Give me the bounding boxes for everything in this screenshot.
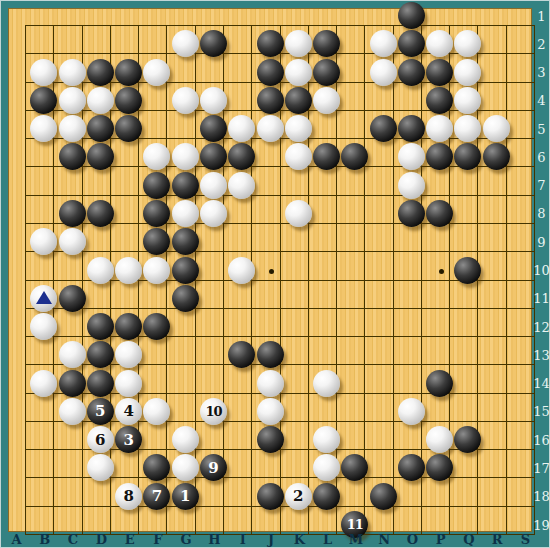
stone-white-B14[interactable]: [30, 370, 57, 397]
row-label-17: 17: [533, 461, 550, 477]
stone-white-E15[interactable]: 4: [115, 398, 142, 425]
stone-white-L14[interactable]: [313, 370, 340, 397]
column-label-M: M: [346, 532, 366, 548]
row-label-11: 11: [533, 291, 550, 307]
column-label-O: O: [402, 532, 422, 548]
stone-black-J2[interactable]: [257, 30, 284, 57]
stone-black-D12[interactable]: [87, 313, 114, 340]
move-number-label: 3: [115, 426, 142, 453]
stone-white-K2[interactable]: [285, 30, 312, 57]
move-number-label: 2: [285, 483, 312, 510]
stone-white-H15[interactable]: 10: [200, 398, 227, 425]
column-label-L: L: [318, 532, 338, 548]
stone-white-C4[interactable]: [59, 87, 86, 114]
stone-black-G9[interactable]: [172, 228, 199, 255]
stone-white-Q3[interactable]: [454, 59, 481, 86]
stone-black-R6[interactable]: [483, 143, 510, 170]
column-label-K: K: [289, 532, 309, 548]
column-label-J: J: [261, 532, 281, 548]
stone-white-C15[interactable]: [59, 398, 86, 425]
stone-white-L4[interactable]: [313, 87, 340, 114]
move-number-label: 5: [87, 398, 114, 425]
row-label-14: 14: [533, 376, 550, 392]
column-label-P: P: [431, 532, 451, 548]
stone-white-N2[interactable]: [370, 30, 397, 57]
stone-black-D14[interactable]: [87, 370, 114, 397]
stone-white-J14[interactable]: [257, 370, 284, 397]
row-label-4: 4: [533, 93, 550, 109]
stone-white-B3[interactable]: [30, 59, 57, 86]
stone-white-E14[interactable]: [115, 370, 142, 397]
row-label-15: 15: [533, 404, 550, 420]
column-label-F: F: [148, 532, 168, 548]
stone-white-G16[interactable]: [172, 426, 199, 453]
stone-white-K8[interactable]: [285, 200, 312, 227]
go-board-window: 5410639871211 ABCDEFGHIJKLMNOPQRS1234567…: [0, 0, 550, 548]
stone-black-N18[interactable]: [370, 483, 397, 510]
column-label-H: H: [204, 532, 224, 548]
column-label-Q: Q: [459, 532, 479, 548]
stone-white-G17[interactable]: [172, 454, 199, 481]
star-point-P10: [439, 269, 444, 274]
stone-white-G6[interactable]: [172, 143, 199, 170]
column-label-G: G: [176, 532, 196, 548]
column-label-S: S: [516, 532, 536, 548]
stone-black-E12[interactable]: [115, 313, 142, 340]
row-label-3: 3: [533, 65, 550, 81]
stone-white-E18[interactable]: 8: [115, 483, 142, 510]
column-label-A: A: [7, 532, 27, 548]
stone-black-D15[interactable]: 5: [87, 398, 114, 425]
stone-black-J13[interactable]: [257, 341, 284, 368]
stone-black-H17[interactable]: 9: [200, 454, 227, 481]
stone-black-J16[interactable]: [257, 426, 284, 453]
stone-black-E4[interactable]: [115, 87, 142, 114]
move-number-label: 10: [200, 398, 227, 425]
stone-white-H7[interactable]: [200, 172, 227, 199]
row-label-9: 9: [533, 235, 550, 251]
stone-white-H4[interactable]: [200, 87, 227, 114]
stone-black-J3[interactable]: [257, 59, 284, 86]
column-label-N: N: [374, 532, 394, 548]
column-label-E: E: [120, 532, 140, 548]
stone-white-D16[interactable]: 6: [87, 426, 114, 453]
stone-white-E10[interactable]: [115, 257, 142, 284]
row-label-16: 16: [533, 433, 550, 449]
stone-white-C9[interactable]: [59, 228, 86, 255]
stone-black-G10[interactable]: [172, 257, 199, 284]
stone-white-K5[interactable]: [285, 115, 312, 142]
stone-white-I7[interactable]: [228, 172, 255, 199]
stone-black-O8[interactable]: [398, 200, 425, 227]
column-label-B: B: [35, 532, 55, 548]
row-label-19: 19: [533, 518, 550, 534]
stone-white-G4[interactable]: [172, 87, 199, 114]
stone-white-C3[interactable]: [59, 59, 86, 86]
stone-black-F7[interactable]: [143, 172, 170, 199]
stone-black-E3[interactable]: [115, 59, 142, 86]
row-label-2: 2: [533, 37, 550, 53]
stone-black-D8[interactable]: [87, 200, 114, 227]
stone-black-D5[interactable]: [87, 115, 114, 142]
stone-white-H8[interactable]: [200, 200, 227, 227]
stone-black-D3[interactable]: [87, 59, 114, 86]
row-label-6: 6: [533, 150, 550, 166]
star-point-J10: [269, 269, 274, 274]
stone-black-P3[interactable]: [426, 59, 453, 86]
stone-black-G7[interactable]: [172, 172, 199, 199]
stone-white-G8[interactable]: [172, 200, 199, 227]
stone-white-R5[interactable]: [483, 115, 510, 142]
row-label-5: 5: [533, 122, 550, 138]
stone-black-O5[interactable]: [398, 115, 425, 142]
stone-white-D10[interactable]: [87, 257, 114, 284]
move-number-label: 4: [115, 398, 142, 425]
stone-white-N3[interactable]: [370, 59, 397, 86]
stone-black-C8[interactable]: [59, 200, 86, 227]
move-number-label: 7: [143, 483, 170, 510]
stone-white-F3[interactable]: [143, 59, 170, 86]
stone-black-L18[interactable]: [313, 483, 340, 510]
row-label-10: 10: [533, 263, 550, 279]
stone-white-F10[interactable]: [143, 257, 170, 284]
stone-white-D4[interactable]: [87, 87, 114, 114]
move-number-label: 9: [200, 454, 227, 481]
column-label-D: D: [91, 532, 111, 548]
stone-white-J5[interactable]: [257, 115, 284, 142]
move-number-label: 8: [115, 483, 142, 510]
stone-black-J4[interactable]: [257, 87, 284, 114]
stone-black-D13[interactable]: [87, 341, 114, 368]
stone-white-K6[interactable]: [285, 143, 312, 170]
stone-white-C13[interactable]: [59, 341, 86, 368]
column-label-C: C: [63, 532, 83, 548]
stone-white-O15[interactable]: [398, 398, 425, 425]
stone-white-K3[interactable]: [285, 59, 312, 86]
stone-black-O3[interactable]: [398, 59, 425, 86]
row-label-13: 13: [533, 348, 550, 364]
stone-black-H5[interactable]: [200, 115, 227, 142]
stone-white-I10[interactable]: [228, 257, 255, 284]
stone-black-C11[interactable]: [59, 285, 86, 312]
row-label-12: 12: [533, 320, 550, 336]
stone-black-G11[interactable]: [172, 285, 199, 312]
stone-white-K18[interactable]: 2: [285, 483, 312, 510]
stone-white-G2[interactable]: [172, 30, 199, 57]
row-label-7: 7: [533, 178, 550, 194]
stone-black-L3[interactable]: [313, 59, 340, 86]
stone-black-C6[interactable]: [59, 143, 86, 170]
move-number-label: 6: [87, 426, 114, 453]
column-label-R: R: [487, 532, 507, 548]
stone-black-E16[interactable]: 3: [115, 426, 142, 453]
stone-black-P4[interactable]: [426, 87, 453, 114]
stone-black-F18[interactable]: 7: [143, 483, 170, 510]
stone-white-J15[interactable]: [257, 398, 284, 425]
row-label-8: 8: [533, 206, 550, 222]
stone-black-Q10[interactable]: [454, 257, 481, 284]
stone-white-B11[interactable]: [30, 285, 57, 312]
stone-black-O2[interactable]: [398, 30, 425, 57]
stone-black-P8[interactable]: [426, 200, 453, 227]
stone-black-B4[interactable]: [30, 87, 57, 114]
stone-black-N5[interactable]: [370, 115, 397, 142]
row-label-1: 1: [533, 9, 550, 25]
column-label-I: I: [233, 532, 253, 548]
stone-black-P14[interactable]: [426, 370, 453, 397]
stone-white-C5[interactable]: [59, 115, 86, 142]
stone-black-G18[interactable]: 1: [172, 483, 199, 510]
triangle-marker-icon: [36, 291, 52, 304]
stone-black-C14[interactable]: [59, 370, 86, 397]
row-label-18: 18: [533, 489, 550, 505]
stone-black-J18[interactable]: [257, 483, 284, 510]
stone-black-O1[interactable]: [398, 2, 425, 29]
stone-white-O7[interactable]: [398, 172, 425, 199]
move-number-label: 1: [172, 483, 199, 510]
stone-black-K4[interactable]: [285, 87, 312, 114]
